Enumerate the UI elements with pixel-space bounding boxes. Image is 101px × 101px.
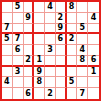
cell-r6c7[interactable] — [67, 56, 78, 67]
cell-r5c8[interactable]: 4 — [77, 45, 88, 56]
cell-r5c6[interactable] — [56, 45, 67, 56]
cell-r6c6[interactable] — [56, 56, 67, 67]
cell-r4c8[interactable] — [77, 34, 88, 45]
cell-r3c8[interactable]: 5 — [77, 24, 88, 35]
cell-r2c1[interactable] — [2, 13, 13, 24]
cell-r3c2[interactable] — [13, 24, 24, 35]
sudoku-board: 54892479557626342186391485627 — [0, 0, 101, 101]
cell-r4c6[interactable]: 6 — [56, 34, 67, 45]
cell-r4c7[interactable]: 2 — [67, 34, 78, 45]
cell-r9c3[interactable]: 6 — [24, 88, 35, 99]
cell-r6c8[interactable]: 8 — [77, 56, 88, 67]
cell-r9c7[interactable] — [67, 88, 78, 99]
cell-r1c7[interactable]: 8 — [67, 2, 78, 13]
cell-r3c4[interactable] — [34, 24, 45, 35]
cell-r2c4[interactable] — [34, 13, 45, 24]
cell-r5c9[interactable] — [88, 45, 99, 56]
cell-r8c7[interactable]: 5 — [67, 77, 78, 88]
cell-r2c3[interactable]: 9 — [24, 13, 35, 24]
cell-r9c6[interactable] — [56, 88, 67, 99]
cell-r1c9[interactable] — [88, 2, 99, 13]
cell-r6c3[interactable]: 2 — [24, 56, 35, 67]
cell-r7c7[interactable] — [67, 67, 78, 78]
cell-r2c5[interactable] — [45, 13, 56, 24]
cell-r4c4[interactable] — [34, 34, 45, 45]
cell-r2c2[interactable] — [13, 13, 24, 24]
cell-r4c1[interactable]: 5 — [2, 34, 13, 45]
cell-r5c3[interactable] — [24, 45, 35, 56]
cell-r9c5[interactable]: 2 — [45, 88, 56, 99]
cell-r1c2[interactable]: 5 — [13, 2, 24, 13]
cell-r8c9[interactable] — [88, 77, 99, 88]
cell-r7c2[interactable]: 3 — [13, 67, 24, 78]
cell-r4c3[interactable] — [24, 34, 35, 45]
cell-r6c1[interactable] — [2, 56, 13, 67]
cell-r9c9[interactable] — [88, 88, 99, 99]
cell-r6c2[interactable] — [13, 56, 24, 67]
cell-r1c1[interactable] — [2, 2, 13, 13]
cell-r8c4[interactable]: 8 — [34, 77, 45, 88]
cell-r8c5[interactable] — [45, 77, 56, 88]
cell-r1c5[interactable]: 4 — [45, 2, 56, 13]
cell-r3c3[interactable] — [24, 24, 35, 35]
cell-r2c6[interactable]: 2 — [56, 13, 67, 24]
cell-r8c2[interactable] — [13, 77, 24, 88]
cell-r5c4[interactable] — [34, 45, 45, 56]
cell-r4c9[interactable] — [88, 34, 99, 45]
cell-r2c8[interactable] — [77, 13, 88, 24]
cell-r5c2[interactable]: 6 — [13, 45, 24, 56]
cell-r8c6[interactable] — [56, 77, 67, 88]
cell-r9c2[interactable] — [13, 88, 24, 99]
cell-r2c9[interactable]: 4 — [88, 13, 99, 24]
cell-r7c8[interactable] — [77, 67, 88, 78]
cell-r1c3[interactable] — [24, 2, 35, 13]
cell-r4c5[interactable] — [45, 34, 56, 45]
cell-r7c9[interactable]: 1 — [88, 67, 99, 78]
cell-r1c4[interactable] — [34, 2, 45, 13]
cell-r5c7[interactable] — [67, 45, 78, 56]
cell-r1c6[interactable] — [56, 2, 67, 13]
cell-r5c5[interactable]: 3 — [45, 45, 56, 56]
cell-r9c1[interactable] — [2, 88, 13, 99]
cell-r3c7[interactable] — [67, 24, 78, 35]
cell-r8c8[interactable] — [77, 77, 88, 88]
cell-r3c5[interactable] — [45, 24, 56, 35]
cell-r7c3[interactable] — [24, 67, 35, 78]
cell-r3c1[interactable]: 7 — [2, 24, 13, 35]
cell-r6c9[interactable]: 6 — [88, 56, 99, 67]
cell-r9c8[interactable]: 7 — [77, 88, 88, 99]
cell-r3c9[interactable] — [88, 24, 99, 35]
cell-r7c6[interactable] — [56, 67, 67, 78]
cell-r6c4[interactable]: 1 — [34, 56, 45, 67]
cell-r7c1[interactable] — [2, 67, 13, 78]
cell-r1c8[interactable] — [77, 2, 88, 13]
cell-r4c2[interactable]: 7 — [13, 34, 24, 45]
cell-r8c3[interactable] — [24, 77, 35, 88]
cell-r7c5[interactable] — [45, 67, 56, 78]
cell-r9c4[interactable] — [34, 88, 45, 99]
cell-r8c1[interactable]: 4 — [2, 77, 13, 88]
cell-r2c7[interactable] — [67, 13, 78, 24]
cell-r6c5[interactable] — [45, 56, 56, 67]
cell-r7c4[interactable]: 9 — [34, 67, 45, 78]
cell-r5c1[interactable] — [2, 45, 13, 56]
cell-r3c6[interactable]: 9 — [56, 24, 67, 35]
